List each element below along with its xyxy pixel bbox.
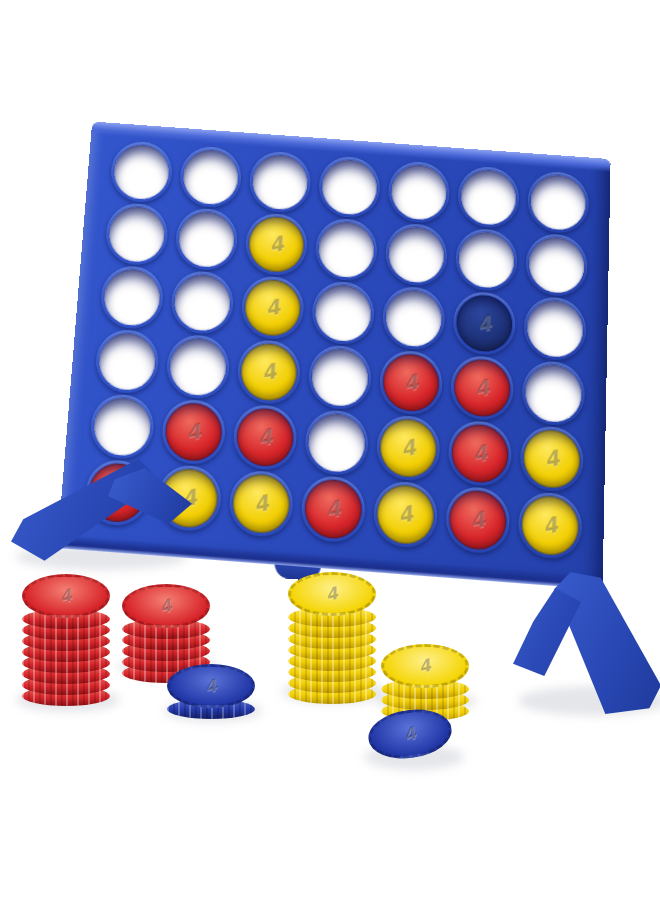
- cell-r5c1[interactable]: [84, 391, 160, 462]
- stack-top-disc-face: 4: [288, 572, 376, 616]
- blue-stack[interactable]: 4: [167, 664, 255, 719]
- disc-emboss-4: 4: [475, 312, 493, 335]
- empty-hole: [314, 283, 372, 343]
- yellow-stack-tall[interactable]: 4: [288, 572, 376, 704]
- red-stack-tall[interactable]: 4: [22, 574, 110, 706]
- empty-hole: [384, 288, 442, 348]
- cell-r3c3[interactable]: 4: [235, 273, 309, 342]
- disc-emboss-4: 4: [252, 492, 270, 516]
- cell-r2c5[interactable]: [379, 221, 452, 289]
- cell-r2c6[interactable]: [450, 226, 522, 294]
- empty-hole: [112, 143, 170, 201]
- cell-r2c4[interactable]: [309, 216, 382, 284]
- navy-disc: 4: [455, 293, 512, 353]
- cell-r6c6[interactable]: 4: [440, 484, 515, 557]
- yellow-disc: 4: [522, 428, 580, 490]
- cell-r6c4[interactable]: 4: [295, 473, 371, 545]
- cell-r2c7[interactable]: [520, 231, 592, 299]
- cell-r1c4[interactable]: [313, 154, 386, 221]
- cell-r6c3[interactable]: 4: [223, 468, 299, 540]
- empty-hole: [317, 220, 375, 279]
- cell-r1c6[interactable]: [452, 164, 524, 231]
- cell-r4c6[interactable]: 4: [445, 353, 518, 423]
- disc-emboss-4: 4: [203, 676, 219, 695]
- empty-hole: [181, 148, 239, 206]
- cell-r4c5[interactable]: 4: [373, 348, 447, 418]
- empty-hole: [97, 331, 157, 391]
- disc-emboss-4: 4: [259, 360, 277, 383]
- yellow-disc: 4: [378, 417, 436, 479]
- disc-emboss-4: 4: [472, 376, 490, 399]
- cell-r3c2[interactable]: [164, 268, 239, 337]
- disc-emboss-4: 4: [324, 497, 342, 521]
- disc-emboss-4: 4: [470, 442, 489, 466]
- yellow-disc: 4: [243, 278, 301, 338]
- cell-r3c5[interactable]: [376, 284, 449, 353]
- cell-r3c4[interactable]: [306, 278, 380, 347]
- red-disc: 4: [163, 401, 223, 462]
- empty-hole: [92, 396, 152, 457]
- disc-emboss-4: 4: [396, 503, 414, 527]
- disc-emboss-4: 4: [542, 447, 561, 471]
- empty-hole: [177, 210, 235, 269]
- cell-r4c3[interactable]: 4: [231, 337, 306, 407]
- disc-emboss-4: 4: [267, 233, 285, 255]
- empty-hole: [526, 299, 583, 359]
- red-disc: 4: [235, 407, 294, 469]
- empty-hole: [387, 225, 444, 284]
- disc-emboss-4: 4: [401, 724, 418, 744]
- red-disc: 4: [303, 478, 362, 541]
- disc-emboss-4: 4: [158, 596, 174, 615]
- red-disc: 4: [448, 489, 507, 552]
- cell-r1c7[interactable]: [522, 169, 593, 236]
- cell-r6c5[interactable]: 4: [367, 478, 442, 550]
- cell-r5c3[interactable]: 4: [227, 402, 302, 473]
- yellow-disc: 4: [231, 472, 291, 534]
- disc-emboss-4: 4: [263, 296, 281, 319]
- yellow-disc: 4: [239, 342, 298, 403]
- disc-emboss-4: 4: [256, 426, 274, 449]
- red-disc: 4: [381, 352, 439, 413]
- empty-hole: [107, 205, 166, 264]
- cell-r3c1[interactable]: [94, 263, 169, 332]
- empty-hole: [390, 163, 447, 221]
- cell-r4c4[interactable]: [302, 342, 376, 412]
- empty-hole: [524, 363, 581, 424]
- cell-r5c5[interactable]: 4: [370, 412, 444, 483]
- cell-r1c1[interactable]: [104, 139, 178, 206]
- yellow-disc: 4: [520, 494, 578, 557]
- empty-hole: [460, 168, 516, 226]
- disc-emboss-4: 4: [324, 584, 340, 603]
- connect-four-product-scene: 444444444444444444 4 4 4 4 4 4: [0, 0, 660, 900]
- cell-r4c7[interactable]: [516, 358, 589, 428]
- cell-r3c7[interactable]: [518, 294, 590, 363]
- empty-hole: [528, 236, 584, 295]
- cell-r2c2[interactable]: [169, 205, 243, 273]
- cell-r1c2[interactable]: [173, 144, 246, 211]
- empty-hole: [172, 273, 231, 333]
- empty-hole: [310, 347, 368, 408]
- yellow-disc: 4: [247, 215, 305, 274]
- stack-top-disc-face: 4: [122, 584, 210, 628]
- cell-r4c2[interactable]: [160, 332, 235, 402]
- stack-top-disc-face: 4: [381, 644, 469, 688]
- red-disc: 4: [450, 423, 508, 485]
- disc-emboss-4: 4: [399, 436, 417, 460]
- empty-hole: [320, 158, 377, 216]
- cell-r4c1[interactable]: [89, 327, 165, 397]
- disc-emboss-4: 4: [401, 371, 419, 394]
- cell-r2c3[interactable]: 4: [239, 210, 313, 278]
- cell-r1c5[interactable]: [382, 159, 454, 226]
- board-assembly: 444444444444444444: [57, 122, 610, 590]
- stack-top-disc-face: 4: [167, 664, 255, 708]
- cell-r5c6[interactable]: 4: [442, 418, 516, 489]
- cell-r1c3[interactable]: [243, 149, 316, 216]
- board-frame: 444444444444444444: [57, 122, 610, 590]
- cell-r5c4[interactable]: [299, 407, 374, 478]
- empty-hole: [102, 268, 161, 328]
- cell-r6c7[interactable]: 4: [512, 489, 586, 562]
- stack-top-disc-face: 4: [22, 574, 110, 618]
- disc-emboss-4: 4: [184, 420, 202, 443]
- blue-single-disc[interactable]: 4: [368, 710, 456, 758]
- empty-hole: [530, 173, 586, 231]
- disc-emboss-4: 4: [417, 656, 433, 675]
- disc-emboss-4: 4: [58, 586, 74, 605]
- cell-r2c1[interactable]: [99, 200, 173, 268]
- cell-r3c6[interactable]: 4: [447, 289, 520, 358]
- empty-hole: [168, 337, 227, 397]
- disc-emboss-4: 4: [540, 513, 559, 537]
- disc-emboss-4: 4: [468, 508, 487, 532]
- yellow-disc: 4: [375, 483, 434, 546]
- red-disc: 4: [453, 358, 511, 419]
- cell-r5c7[interactable]: 4: [514, 423, 588, 495]
- cell-r5c2[interactable]: 4: [155, 396, 231, 467]
- empty-hole: [251, 153, 308, 211]
- empty-hole: [307, 412, 366, 474]
- empty-hole: [457, 230, 514, 289]
